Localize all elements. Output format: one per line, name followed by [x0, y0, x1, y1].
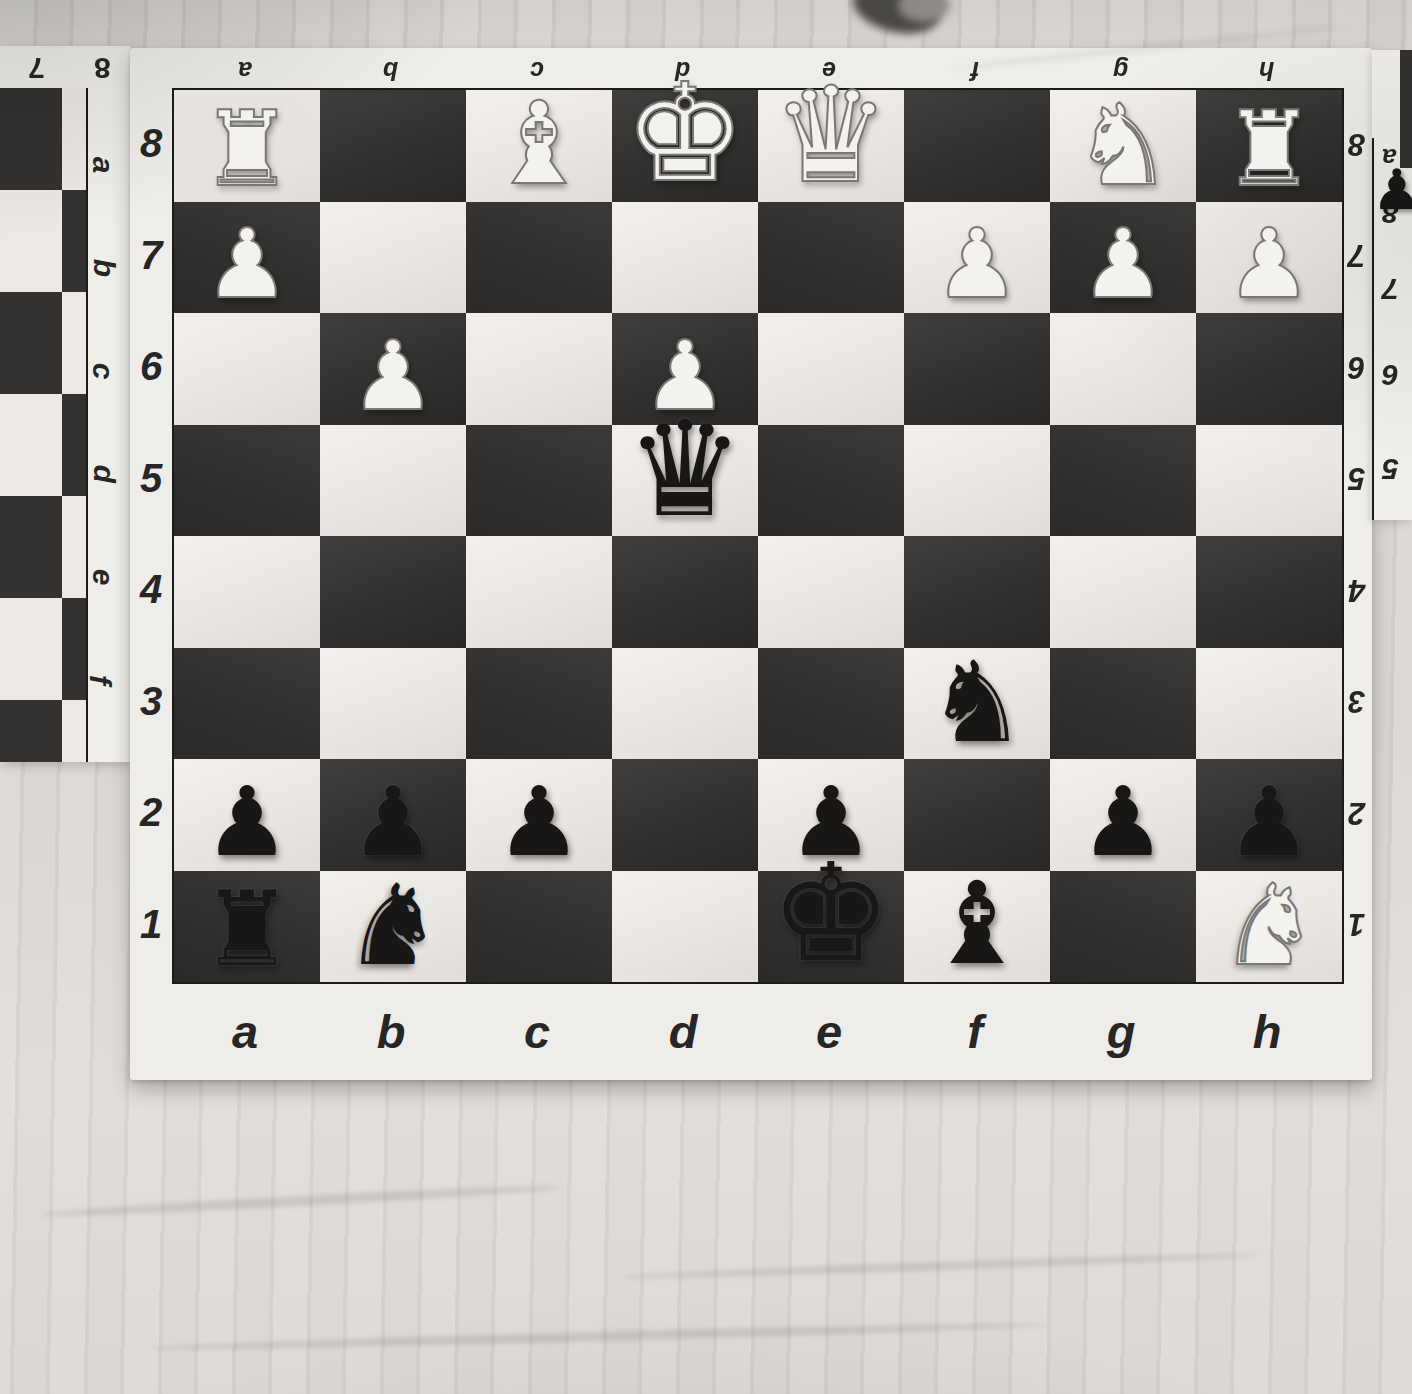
left-board-square: [62, 292, 86, 394]
square-b4[interactable]: [320, 536, 466, 648]
file-label-top-a: a: [238, 56, 252, 85]
square-h5[interactable]: [1196, 425, 1342, 537]
square-f8[interactable]: [904, 90, 1050, 202]
rank-label-left-2: 2: [140, 790, 162, 835]
rank-label-right-6: 6: [1348, 349, 1365, 385]
piece-black-pawn-c2[interactable]: ♟: [496, 774, 582, 870]
left-rank-labels: 87654321: [130, 88, 172, 980]
piece-black-pawn-right-board-partial[interactable]: ♟: [1372, 162, 1412, 218]
rank-label-left-8: 8: [140, 121, 162, 166]
square-f6[interactable]: [904, 313, 1050, 425]
square-e7[interactable]: [758, 202, 904, 314]
square-c5[interactable]: [466, 425, 612, 537]
left-board-letter-b: b: [87, 259, 121, 277]
square-d3[interactable]: [612, 648, 758, 760]
left-board-square: [62, 190, 86, 292]
square-c8[interactable]: ♝: [466, 90, 612, 202]
file-label-bottom-g: g: [1107, 1004, 1136, 1059]
left-board-letter-a: a: [86, 157, 120, 174]
rank-label-left-6: 6: [140, 344, 162, 389]
piece-white-bishop-c8[interactable]: ♝: [488, 87, 590, 201]
left-board-square: [62, 700, 86, 762]
piece-white-rook-h8[interactable]: ♜: [1222, 97, 1315, 201]
rank-label-right-1: 1: [1348, 906, 1365, 942]
square-b1[interactable]: ♞: [320, 871, 466, 983]
square-d2[interactable]: [612, 759, 758, 871]
square-a1[interactable]: ♜: [174, 871, 320, 983]
square-h7[interactable]: ♟: [1196, 202, 1342, 314]
right-rank-labels: 87654321: [1342, 88, 1372, 980]
piece-black-bishop-f1[interactable]: ♝: [926, 867, 1028, 981]
board-squares: ♜♝♚♛♞♜♟♟♟♟♟♟♛♞♟♟♟♟♟♟♜♞♚♝♞: [172, 88, 1344, 984]
square-e5[interactable]: [758, 425, 904, 537]
square-g3[interactable]: [1050, 648, 1196, 760]
left-board-square: [0, 496, 62, 598]
square-f3[interactable]: ♞: [904, 648, 1050, 760]
square-g4[interactable]: [1050, 536, 1196, 648]
file-label-top-f: f: [971, 56, 979, 85]
square-a2[interactable]: ♟: [174, 759, 320, 871]
square-a4[interactable]: [174, 536, 320, 648]
left-board-square: [0, 598, 62, 700]
left-board-square: [62, 496, 86, 598]
rank-label-right-8: 8: [1348, 126, 1365, 162]
rank-label-left-1: 1: [140, 902, 162, 947]
piece-white-queen-e8[interactable]: ♛: [772, 69, 890, 201]
square-f2[interactable]: [904, 759, 1050, 871]
main-board: abcdefgh 87654321 87654321 abcdefgh ♜♝♚♛…: [130, 48, 1372, 1080]
piece-white-pawn-b6[interactable]: ♟: [350, 328, 436, 424]
right-board-dark-square-sliver: [1400, 50, 1412, 168]
square-a3[interactable]: [174, 648, 320, 760]
piece-black-pawn-h2[interactable]: ♟: [1226, 774, 1312, 870]
square-d5[interactable]: ♛: [612, 425, 758, 537]
left-board-square: [0, 700, 62, 762]
piece-black-rook-a1[interactable]: ♜: [200, 877, 293, 981]
left-board-square: [62, 394, 86, 496]
rank-label-left-7: 7: [140, 233, 162, 278]
rank-label-right-2: 2: [1348, 795, 1365, 831]
square-g8[interactable]: ♞: [1050, 90, 1196, 202]
piece-black-king-e1[interactable]: ♚: [770, 845, 892, 981]
square-c3[interactable]: [466, 648, 612, 760]
square-a5[interactable]: [174, 425, 320, 537]
square-b6[interactable]: ♟: [320, 313, 466, 425]
right-board-number-5: 5: [1382, 452, 1399, 486]
square-e8[interactable]: ♛: [758, 90, 904, 202]
square-d4[interactable]: [612, 536, 758, 648]
piece-black-pawn-a2[interactable]: ♟: [204, 774, 290, 870]
square-g2[interactable]: ♟: [1050, 759, 1196, 871]
piece-black-knight-b1[interactable]: ♞: [343, 869, 443, 981]
file-label-bottom-e: e: [816, 1004, 842, 1059]
square-c6[interactable]: [466, 313, 612, 425]
square-b7[interactable]: [320, 202, 466, 314]
piece-white-pawn-g7[interactable]: ♟: [1080, 216, 1166, 312]
square-e3[interactable]: [758, 648, 904, 760]
left-board-letter-strip: abcdef: [86, 88, 132, 762]
file-label-top-h: h: [1259, 56, 1274, 85]
square-e6[interactable]: [758, 313, 904, 425]
square-g5[interactable]: [1050, 425, 1196, 537]
piece-white-king-d8[interactable]: ♚: [624, 65, 746, 201]
left-board-square: [0, 88, 62, 190]
file-label-bottom-h: h: [1253, 1004, 1282, 1059]
left-board-number-strip: 78: [0, 46, 130, 88]
square-c2[interactable]: ♟: [466, 759, 612, 871]
left-board-letter-d: d: [87, 465, 121, 483]
square-c4[interactable]: [466, 536, 612, 648]
square-b3[interactable]: [320, 648, 466, 760]
wood-grain-streak: [150, 1320, 1050, 1353]
square-e1[interactable]: ♚: [758, 871, 904, 983]
rank-label-left-5: 5: [140, 456, 162, 501]
piece-black-queen-d5[interactable]: ♛: [626, 403, 744, 535]
square-h4[interactable]: [1196, 536, 1342, 648]
square-a8[interactable]: ♜: [174, 90, 320, 202]
piece-black-knight-f3[interactable]: ♞: [927, 646, 1027, 758]
left-board-letter-f: f: [83, 675, 117, 685]
left-board-letter-c: c: [86, 363, 120, 380]
left-board-number-8: 8: [94, 51, 111, 85]
left-board-letter-e: e: [86, 569, 120, 586]
square-g7[interactable]: ♟: [1050, 202, 1196, 314]
file-label-top-b: b: [383, 56, 398, 85]
rank-label-left-3: 3: [140, 679, 162, 724]
square-f4[interactable]: [904, 536, 1050, 648]
file-label-bottom-b: b: [377, 1004, 406, 1059]
square-a6[interactable]: [174, 313, 320, 425]
square-g1[interactable]: [1050, 871, 1196, 983]
rank-label-right-3: 3: [1348, 683, 1365, 719]
square-b2[interactable]: ♟: [320, 759, 466, 871]
square-d1[interactable]: [612, 871, 758, 983]
piece-black-pawn-b2[interactable]: ♟: [350, 774, 436, 870]
bottom-file-labels: abcdefgh: [172, 984, 1340, 1078]
piece-white-knight-g8[interactable]: ♞: [1073, 89, 1173, 201]
square-h1[interactable]: ♞: [1196, 871, 1342, 983]
left-board-square: [0, 394, 62, 496]
square-h8[interactable]: ♜: [1196, 90, 1342, 202]
left-board-square: [62, 88, 86, 190]
piece-white-rook-a8[interactable]: ♜: [200, 97, 293, 201]
file-label-bottom-f: f: [967, 1004, 983, 1059]
file-label-bottom-d: d: [669, 1004, 698, 1059]
wood-grain-streak: [620, 1251, 1260, 1281]
rank-label-right-7: 7: [1348, 237, 1365, 273]
square-h2[interactable]: ♟: [1196, 759, 1342, 871]
right-board-number-6: 6: [1382, 358, 1399, 392]
file-label-bottom-c: c: [524, 1004, 550, 1059]
left-board-number-7: 7: [28, 51, 45, 85]
left-board: 78 abcdef: [0, 46, 130, 762]
piece-black-pawn-g2[interactable]: ♟: [1080, 774, 1166, 870]
rank-label-left-4: 4: [140, 567, 162, 612]
square-f5[interactable]: [904, 425, 1050, 537]
piece-white-pawn-h7[interactable]: ♟: [1226, 216, 1312, 312]
square-a7[interactable]: ♟: [174, 202, 320, 314]
left-board-square: [0, 292, 62, 394]
piece-white-pawn-f7[interactable]: ♟: [934, 216, 1020, 312]
rank-label-right-5: 5: [1348, 460, 1365, 496]
wood-grain-streak: [40, 1182, 560, 1219]
square-c7[interactable]: [466, 202, 612, 314]
rank-label-right-4: 4: [1348, 572, 1365, 608]
square-f7[interactable]: ♟: [904, 202, 1050, 314]
square-d7[interactable]: [612, 202, 758, 314]
piece-white-knight-h1[interactable]: ♞: [1219, 869, 1319, 981]
square-c1[interactable]: [466, 871, 612, 983]
left-board-square: [0, 190, 62, 292]
square-e4[interactable]: [758, 536, 904, 648]
right-board: a8765♟: [1372, 50, 1412, 520]
square-h6[interactable]: [1196, 313, 1342, 425]
square-b5[interactable]: [320, 425, 466, 537]
square-h3[interactable]: [1196, 648, 1342, 760]
piece-white-pawn-a7[interactable]: ♟: [204, 216, 290, 312]
square-d8[interactable]: ♚: [612, 90, 758, 202]
left-board-squares: [0, 88, 86, 762]
square-b8[interactable]: [320, 90, 466, 202]
square-g6[interactable]: [1050, 313, 1196, 425]
file-label-bottom-a: a: [232, 1004, 258, 1059]
square-f1[interactable]: ♝: [904, 871, 1050, 983]
right-board-number-7: 7: [1382, 272, 1399, 306]
